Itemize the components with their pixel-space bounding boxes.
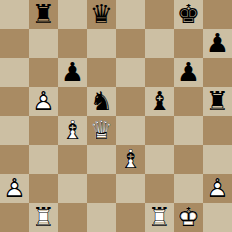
square-c7[interactable] <box>58 29 87 58</box>
square-f1[interactable]: ♜♖ <box>145 203 174 232</box>
square-g4[interactable] <box>174 116 203 145</box>
piece-black-pawn: ♟ <box>174 58 203 87</box>
square-f6[interactable] <box>145 58 174 87</box>
piece-white-queen: ♛♕ <box>87 116 116 145</box>
black-rook-icon: ♜ <box>203 87 232 116</box>
square-f5[interactable]: ♝ <box>145 87 174 116</box>
square-f8[interactable] <box>145 0 174 29</box>
piece-black-rook: ♜ <box>203 87 232 116</box>
square-h7[interactable]: ♟ <box>203 29 232 58</box>
piece-black-rook: ♜ <box>29 0 58 29</box>
black-pawn-icon: ♟ <box>174 58 203 87</box>
chess-board: ♜♛♚♟♟♟♟♙♞♝♜♝♗♛♕♝♗♟♙♟♙♜♖♜♖♚♔ <box>0 0 232 232</box>
square-f2[interactable] <box>145 174 174 203</box>
square-b3[interactable] <box>29 145 58 174</box>
square-f4[interactable] <box>145 116 174 145</box>
square-b8[interactable]: ♜ <box>29 0 58 29</box>
square-c5[interactable] <box>58 87 87 116</box>
white-pawn-outline-icon: ♙ <box>0 174 29 203</box>
square-e8[interactable] <box>116 0 145 29</box>
square-e6[interactable] <box>116 58 145 87</box>
square-c8[interactable] <box>58 0 87 29</box>
piece-white-rook: ♜♖ <box>29 203 58 232</box>
piece-white-pawn: ♟♙ <box>29 87 58 116</box>
square-g2[interactable] <box>174 174 203 203</box>
square-g1[interactable]: ♚♔ <box>174 203 203 232</box>
square-c2[interactable] <box>58 174 87 203</box>
square-e5[interactable] <box>116 87 145 116</box>
square-a2[interactable]: ♟♙ <box>0 174 29 203</box>
square-f3[interactable] <box>145 145 174 174</box>
piece-black-bishop: ♝ <box>145 87 174 116</box>
square-c3[interactable] <box>58 145 87 174</box>
square-g5[interactable] <box>174 87 203 116</box>
square-h3[interactable] <box>203 145 232 174</box>
piece-white-king: ♚♔ <box>174 203 203 232</box>
square-e3[interactable]: ♝♗ <box>116 145 145 174</box>
white-king-outline-icon: ♔ <box>174 203 203 232</box>
square-a3[interactable] <box>0 145 29 174</box>
square-b5[interactable]: ♟♙ <box>29 87 58 116</box>
square-a7[interactable] <box>0 29 29 58</box>
piece-black-king: ♚ <box>174 0 203 29</box>
square-g3[interactable] <box>174 145 203 174</box>
black-queen-icon: ♛ <box>87 0 116 29</box>
white-pawn-outline-icon: ♙ <box>29 87 58 116</box>
square-a5[interactable] <box>0 87 29 116</box>
square-h1[interactable] <box>203 203 232 232</box>
square-a4[interactable] <box>0 116 29 145</box>
square-d1[interactable] <box>87 203 116 232</box>
square-d2[interactable] <box>87 174 116 203</box>
square-e2[interactable] <box>116 174 145 203</box>
white-pawn-outline-icon: ♙ <box>203 174 232 203</box>
square-b7[interactable] <box>29 29 58 58</box>
square-b4[interactable] <box>29 116 58 145</box>
square-a6[interactable] <box>0 58 29 87</box>
square-d7[interactable] <box>87 29 116 58</box>
square-g6[interactable]: ♟ <box>174 58 203 87</box>
square-b6[interactable] <box>29 58 58 87</box>
white-bishop-outline-icon: ♗ <box>58 116 87 145</box>
square-e4[interactable] <box>116 116 145 145</box>
square-h4[interactable] <box>203 116 232 145</box>
white-queen-outline-icon: ♕ <box>87 116 116 145</box>
piece-black-pawn: ♟ <box>58 58 87 87</box>
piece-black-knight: ♞ <box>87 87 116 116</box>
square-d8[interactable]: ♛ <box>87 0 116 29</box>
black-pawn-icon: ♟ <box>58 58 87 87</box>
black-rook-icon: ♜ <box>29 0 58 29</box>
white-rook-outline-icon: ♖ <box>29 203 58 232</box>
square-a1[interactable] <box>0 203 29 232</box>
piece-white-bishop: ♝♗ <box>58 116 87 145</box>
black-knight-icon: ♞ <box>87 87 116 116</box>
square-b1[interactable]: ♜♖ <box>29 203 58 232</box>
square-c1[interactable] <box>58 203 87 232</box>
piece-white-rook: ♜♖ <box>145 203 174 232</box>
square-e1[interactable] <box>116 203 145 232</box>
square-b2[interactable] <box>29 174 58 203</box>
square-a8[interactable] <box>0 0 29 29</box>
square-d6[interactable] <box>87 58 116 87</box>
piece-white-pawn: ♟♙ <box>0 174 29 203</box>
piece-white-pawn: ♟♙ <box>203 174 232 203</box>
square-e7[interactable] <box>116 29 145 58</box>
black-bishop-icon: ♝ <box>145 87 174 116</box>
square-g7[interactable] <box>174 29 203 58</box>
square-g8[interactable]: ♚ <box>174 0 203 29</box>
square-h2[interactable]: ♟♙ <box>203 174 232 203</box>
piece-white-bishop: ♝♗ <box>116 145 145 174</box>
square-f7[interactable] <box>145 29 174 58</box>
black-king-icon: ♚ <box>174 0 203 29</box>
square-c4[interactable]: ♝♗ <box>58 116 87 145</box>
piece-black-queen: ♛ <box>87 0 116 29</box>
square-h6[interactable] <box>203 58 232 87</box>
piece-black-pawn: ♟ <box>203 29 232 58</box>
square-c6[interactable]: ♟ <box>58 58 87 87</box>
white-rook-outline-icon: ♖ <box>145 203 174 232</box>
white-bishop-outline-icon: ♗ <box>116 145 145 174</box>
square-d4[interactable]: ♛♕ <box>87 116 116 145</box>
square-h5[interactable]: ♜ <box>203 87 232 116</box>
square-h8[interactable] <box>203 0 232 29</box>
square-d5[interactable]: ♞ <box>87 87 116 116</box>
square-d3[interactable] <box>87 145 116 174</box>
black-pawn-icon: ♟ <box>203 29 232 58</box>
